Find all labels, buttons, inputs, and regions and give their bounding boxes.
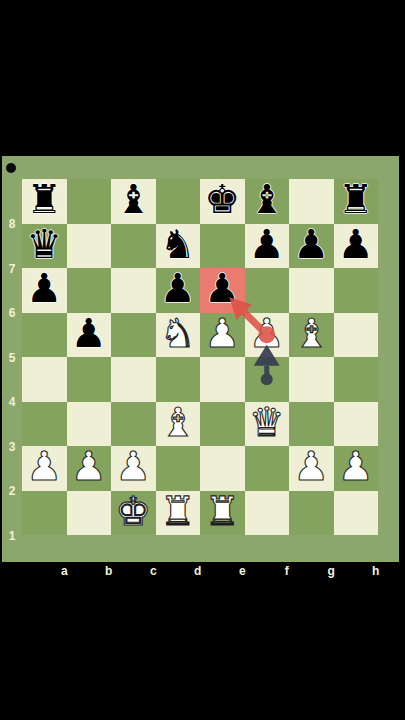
file-label-h: h bbox=[354, 560, 399, 582]
square-d6[interactable]: ♟ bbox=[156, 268, 201, 313]
square-a2[interactable]: ♟ bbox=[22, 446, 67, 491]
black-pawn-g7[interactable]: ♟ bbox=[293, 224, 329, 264]
video-frame: ♜♝♚♝♜♛♞♟♟♟♟♟♟♟♞♟♟♝♝♛♟♟♟♟♟♚♜♜ 87654321 ab… bbox=[0, 0, 405, 720]
square-f1[interactable] bbox=[245, 491, 290, 536]
file-label-e: e bbox=[220, 560, 265, 582]
file-label-a: a bbox=[42, 560, 87, 582]
file-label-f: f bbox=[265, 560, 310, 582]
black-king-e8[interactable]: ♚ bbox=[204, 179, 240, 219]
square-c6[interactable] bbox=[111, 268, 156, 313]
square-d1[interactable]: ♜ bbox=[156, 491, 201, 536]
black-pawn-d6[interactable]: ♟ bbox=[160, 268, 196, 308]
square-e5[interactable]: ♟ bbox=[200, 313, 245, 358]
square-a5[interactable] bbox=[22, 313, 67, 358]
rank-label-3: 3 bbox=[2, 425, 22, 470]
square-g8[interactable] bbox=[289, 179, 334, 224]
square-f7[interactable]: ♟ bbox=[245, 224, 290, 269]
rank-label-2: 2 bbox=[2, 469, 22, 514]
white-rook-d1[interactable]: ♜ bbox=[160, 491, 196, 531]
white-pawn-b2[interactable]: ♟ bbox=[71, 446, 107, 486]
square-a4[interactable] bbox=[22, 357, 67, 402]
white-pawn-g2[interactable]: ♟ bbox=[293, 446, 329, 486]
square-a3[interactable] bbox=[22, 402, 67, 447]
square-b1[interactable] bbox=[67, 491, 112, 536]
rank-label-1: 1 bbox=[2, 514, 22, 559]
file-label-b: b bbox=[87, 560, 132, 582]
square-g3[interactable] bbox=[289, 402, 334, 447]
square-a6[interactable]: ♟ bbox=[22, 268, 67, 313]
square-f2[interactable] bbox=[245, 446, 290, 491]
square-h6[interactable] bbox=[334, 268, 379, 313]
square-d2[interactable] bbox=[156, 446, 201, 491]
black-bishop-c8[interactable]: ♝ bbox=[115, 179, 151, 219]
square-c3[interactable] bbox=[111, 402, 156, 447]
black-knight-d7[interactable]: ♞ bbox=[160, 224, 196, 264]
rank-labels: 87654321 bbox=[2, 202, 22, 558]
square-e7[interactable] bbox=[200, 224, 245, 269]
board-panel: ♜♝♚♝♜♛♞♟♟♟♟♟♟♟♞♟♟♝♝♛♟♟♟♟♟♚♜♜ 87654321 ab… bbox=[2, 156, 399, 562]
rank-label-4: 4 bbox=[2, 380, 22, 425]
square-e2[interactable] bbox=[200, 446, 245, 491]
black-pawn-f7[interactable]: ♟ bbox=[249, 224, 285, 264]
white-bishop-g5[interactable]: ♝ bbox=[293, 313, 329, 353]
file-label-d: d bbox=[176, 560, 221, 582]
black-queen-a7[interactable]: ♛ bbox=[26, 224, 62, 264]
square-h3[interactable] bbox=[334, 402, 379, 447]
rank-label-5: 5 bbox=[2, 336, 22, 381]
black-pawn-b5[interactable]: ♟ bbox=[71, 313, 107, 353]
white-pawn-e5[interactable]: ♟ bbox=[204, 313, 240, 353]
white-pawn-h2[interactable]: ♟ bbox=[338, 446, 374, 486]
white-pawn-c2[interactable]: ♟ bbox=[115, 446, 151, 486]
black-pawn-h7[interactable]: ♟ bbox=[338, 224, 374, 264]
file-labels: abcdefgh bbox=[42, 560, 398, 582]
square-c2[interactable]: ♟ bbox=[111, 446, 156, 491]
square-e1[interactable]: ♜ bbox=[200, 491, 245, 536]
square-f4[interactable] bbox=[245, 357, 290, 402]
square-b8[interactable] bbox=[67, 179, 112, 224]
black-rook-h8[interactable]: ♜ bbox=[338, 179, 374, 219]
square-f8[interactable]: ♝ bbox=[245, 179, 290, 224]
square-f3[interactable]: ♛ bbox=[245, 402, 290, 447]
square-e4[interactable] bbox=[200, 357, 245, 402]
square-d7[interactable]: ♞ bbox=[156, 224, 201, 269]
rank-label-7: 7 bbox=[2, 247, 22, 292]
square-d5[interactable]: ♞ bbox=[156, 313, 201, 358]
square-g7[interactable]: ♟ bbox=[289, 224, 334, 269]
file-label-g: g bbox=[309, 560, 354, 582]
square-h5[interactable] bbox=[334, 313, 379, 358]
black-rook-a8[interactable]: ♜ bbox=[26, 179, 62, 219]
square-e6[interactable]: ♟ bbox=[200, 268, 245, 313]
square-c8[interactable]: ♝ bbox=[111, 179, 156, 224]
white-bishop-d3[interactable]: ♝ bbox=[160, 402, 196, 442]
white-pawn-f5[interactable]: ♟ bbox=[249, 313, 285, 353]
square-b6[interactable] bbox=[67, 268, 112, 313]
square-a1[interactable] bbox=[22, 491, 67, 536]
square-g4[interactable] bbox=[289, 357, 334, 402]
black-pawn-a6[interactable]: ♟ bbox=[26, 268, 62, 308]
white-king-c1[interactable]: ♚ bbox=[115, 491, 151, 531]
square-h7[interactable]: ♟ bbox=[334, 224, 379, 269]
square-b5[interactable]: ♟ bbox=[67, 313, 112, 358]
square-b2[interactable]: ♟ bbox=[67, 446, 112, 491]
square-f5[interactable]: ♟ bbox=[245, 313, 290, 358]
square-c1[interactable]: ♚ bbox=[111, 491, 156, 536]
square-d4[interactable] bbox=[156, 357, 201, 402]
square-c5[interactable] bbox=[111, 313, 156, 358]
square-g1[interactable] bbox=[289, 491, 334, 536]
square-b4[interactable] bbox=[67, 357, 112, 402]
rank-label-6: 6 bbox=[2, 291, 22, 336]
square-g6[interactable] bbox=[289, 268, 334, 313]
square-e8[interactable]: ♚ bbox=[200, 179, 245, 224]
square-h1[interactable] bbox=[334, 491, 379, 536]
square-b3[interactable] bbox=[67, 402, 112, 447]
square-g2[interactable]: ♟ bbox=[289, 446, 334, 491]
black-pawn-e6[interactable]: ♟ bbox=[204, 268, 240, 308]
board-area: ♜♝♚♝♜♛♞♟♟♟♟♟♟♟♞♟♟♝♝♛♟♟♟♟♟♚♜♜ 87654321 ab… bbox=[22, 179, 378, 535]
square-h4[interactable] bbox=[334, 357, 379, 402]
square-e3[interactable] bbox=[200, 402, 245, 447]
white-pawn-a2[interactable]: ♟ bbox=[26, 446, 62, 486]
square-d3[interactable]: ♝ bbox=[156, 402, 201, 447]
chess-board[interactable]: ♜♝♚♝♜♛♞♟♟♟♟♟♟♟♞♟♟♝♝♛♟♟♟♟♟♚♜♜ bbox=[22, 179, 378, 535]
white-queen-f3[interactable]: ♛ bbox=[249, 402, 285, 442]
square-f6[interactable] bbox=[245, 268, 290, 313]
black-to-move-dot-icon bbox=[6, 163, 16, 173]
white-rook-e1[interactable]: ♜ bbox=[204, 491, 240, 531]
square-a8[interactable]: ♜ bbox=[22, 179, 67, 224]
square-c7[interactable] bbox=[111, 224, 156, 269]
square-g5[interactable]: ♝ bbox=[289, 313, 334, 358]
square-b7[interactable] bbox=[67, 224, 112, 269]
square-c4[interactable] bbox=[111, 357, 156, 402]
square-d8[interactable] bbox=[156, 179, 201, 224]
rank-label-8: 8 bbox=[2, 202, 22, 247]
white-knight-d5[interactable]: ♞ bbox=[160, 313, 196, 353]
square-h8[interactable]: ♜ bbox=[334, 179, 379, 224]
square-a7[interactable]: ♛ bbox=[22, 224, 67, 269]
file-label-c: c bbox=[131, 560, 176, 582]
black-bishop-f8[interactable]: ♝ bbox=[249, 179, 285, 219]
square-h2[interactable]: ♟ bbox=[334, 446, 379, 491]
